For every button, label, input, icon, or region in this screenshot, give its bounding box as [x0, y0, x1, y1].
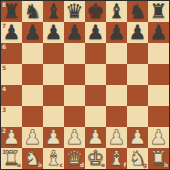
piece-white-pawn[interactable]: ♟ [150, 127, 168, 147]
piece-black-pawn[interactable]: ♟ [108, 22, 126, 42]
piece-black-rook[interactable]: ♜ [3, 1, 21, 21]
square-b3[interactable] [22, 106, 43, 127]
piece-black-pawn[interactable]: ♟ [150, 22, 168, 42]
square-g7[interactable]: ♟ [127, 22, 148, 43]
square-d5[interactable] [64, 64, 85, 85]
square-d1[interactable]: d♛ [64, 148, 85, 169]
piece-white-pawn[interactable]: ♟ [3, 127, 21, 147]
square-a7[interactable]: 7♟ [1, 22, 22, 43]
square-f8[interactable]: ♝ [106, 1, 127, 22]
square-e1[interactable]: e♚ [85, 148, 106, 169]
square-g2[interactable]: ♟ [127, 127, 148, 148]
piece-black-rook[interactable]: ♜ [150, 1, 168, 21]
square-a3[interactable]: 3 [1, 106, 22, 127]
piece-white-pawn[interactable]: ♟ [108, 127, 126, 147]
square-c3[interactable] [43, 106, 64, 127]
square-c5[interactable] [43, 64, 64, 85]
chess-board: 8♜♞♝♛♚♝♞♜7♟♟♟♟♟♟♟♟65432♟♟♟♟♟♟♟♟1a♜b♞c♝d♛… [0, 0, 170, 170]
piece-black-knight[interactable]: ♞ [129, 1, 147, 21]
square-d6[interactable] [64, 43, 85, 64]
square-g6[interactable] [127, 43, 148, 64]
square-h6[interactable] [148, 43, 169, 64]
piece-white-pawn[interactable]: ♟ [24, 127, 42, 147]
square-a4[interactable]: 4 [1, 85, 22, 106]
rank-label: 3 [2, 107, 6, 113]
piece-white-pawn[interactable]: ♟ [129, 127, 147, 147]
square-a8[interactable]: 8♜ [1, 1, 22, 22]
square-f4[interactable] [106, 85, 127, 106]
piece-white-rook[interactable]: ♜ [150, 148, 168, 168]
piece-black-pawn[interactable]: ♟ [24, 22, 42, 42]
square-e4[interactable] [85, 85, 106, 106]
square-d3[interactable] [64, 106, 85, 127]
piece-black-pawn[interactable]: ♟ [3, 22, 21, 42]
square-h2[interactable]: ♟ [148, 127, 169, 148]
square-e8[interactable]: ♚ [85, 1, 106, 22]
square-h4[interactable] [148, 85, 169, 106]
square-b8[interactable]: ♞ [22, 1, 43, 22]
square-f2[interactable]: ♟ [106, 127, 127, 148]
square-e7[interactable]: ♟ [85, 22, 106, 43]
square-c4[interactable] [43, 85, 64, 106]
square-a2[interactable]: 2♟ [1, 127, 22, 148]
piece-white-bishop[interactable]: ♝ [108, 148, 126, 168]
piece-white-queen[interactable]: ♛ [66, 148, 84, 168]
square-b7[interactable]: ♟ [22, 22, 43, 43]
piece-black-bishop[interactable]: ♝ [108, 1, 126, 21]
square-c1[interactable]: c♝ [43, 148, 64, 169]
piece-white-knight[interactable]: ♞ [24, 148, 42, 168]
square-d8[interactable]: ♛ [64, 1, 85, 22]
square-d7[interactable]: ♟ [64, 22, 85, 43]
rank-label: 5 [2, 65, 6, 71]
piece-white-rook[interactable]: ♜ [3, 148, 21, 168]
square-e6[interactable] [85, 43, 106, 64]
piece-white-king[interactable]: ♚ [87, 148, 105, 168]
square-h5[interactable] [148, 64, 169, 85]
square-g5[interactable] [127, 64, 148, 85]
rank-label: 6 [2, 44, 6, 50]
piece-white-bishop[interactable]: ♝ [45, 148, 63, 168]
square-h7[interactable]: ♟ [148, 22, 169, 43]
square-e2[interactable]: ♟ [85, 127, 106, 148]
square-f7[interactable]: ♟ [106, 22, 127, 43]
piece-white-knight[interactable]: ♞ [129, 148, 147, 168]
piece-black-pawn[interactable]: ♟ [66, 22, 84, 42]
square-b1[interactable]: b♞ [22, 148, 43, 169]
square-f1[interactable]: f♝ [106, 148, 127, 169]
piece-white-pawn[interactable]: ♟ [45, 127, 63, 147]
piece-black-pawn[interactable]: ♟ [129, 22, 147, 42]
piece-black-pawn[interactable]: ♟ [87, 22, 105, 42]
square-c6[interactable] [43, 43, 64, 64]
piece-black-king[interactable]: ♚ [87, 1, 105, 21]
square-h1[interactable]: h♜ [148, 148, 169, 169]
piece-black-pawn[interactable]: ♟ [45, 22, 63, 42]
square-b4[interactable] [22, 85, 43, 106]
square-c7[interactable]: ♟ [43, 22, 64, 43]
square-h8[interactable]: ♜ [148, 1, 169, 22]
square-g3[interactable] [127, 106, 148, 127]
square-c8[interactable]: ♝ [43, 1, 64, 22]
square-g1[interactable]: g♞ [127, 148, 148, 169]
square-b6[interactable] [22, 43, 43, 64]
square-e5[interactable] [85, 64, 106, 85]
rank-label: 4 [2, 86, 6, 92]
piece-black-queen[interactable]: ♛ [66, 1, 84, 21]
square-e3[interactable] [85, 106, 106, 127]
piece-white-pawn[interactable]: ♟ [87, 127, 105, 147]
piece-white-pawn[interactable]: ♟ [66, 127, 84, 147]
square-f3[interactable] [106, 106, 127, 127]
square-a6[interactable]: 6 [1, 43, 22, 64]
square-b2[interactable]: ♟ [22, 127, 43, 148]
piece-black-knight[interactable]: ♞ [24, 1, 42, 21]
square-g8[interactable]: ♞ [127, 1, 148, 22]
square-f6[interactable] [106, 43, 127, 64]
square-a5[interactable]: 5 [1, 64, 22, 85]
square-d4[interactable] [64, 85, 85, 106]
piece-black-bishop[interactable]: ♝ [45, 1, 63, 21]
square-c2[interactable]: ♟ [43, 127, 64, 148]
square-f5[interactable] [106, 64, 127, 85]
square-d2[interactable]: ♟ [64, 127, 85, 148]
square-b5[interactable] [22, 64, 43, 85]
square-g4[interactable] [127, 85, 148, 106]
square-a1[interactable]: 1a♜ [1, 148, 22, 169]
square-h3[interactable] [148, 106, 169, 127]
